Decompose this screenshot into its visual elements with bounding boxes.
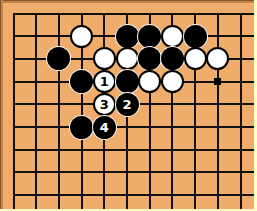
- grid-vline: [217, 13, 219, 210]
- stone-white: [93, 47, 116, 70]
- stone-black-move-2: 2: [116, 93, 139, 116]
- star-point-marker: [214, 78, 221, 85]
- move-number-label: 4: [100, 121, 109, 134]
- grid-vline: [58, 13, 60, 210]
- stone-white: [116, 47, 139, 70]
- move-number-label: 1: [100, 75, 109, 88]
- board-top-edge: [0, 0, 254, 3]
- grid-vline: [240, 13, 242, 210]
- stone-white-move-3: 3: [93, 93, 116, 116]
- stone-black: [70, 116, 93, 139]
- stone-black: [138, 47, 161, 70]
- move-number-label: 2: [122, 98, 131, 111]
- grid-vline: [13, 13, 15, 210]
- stone-white-move-1: 1: [93, 70, 116, 93]
- board-left-edge: [0, 0, 3, 209]
- page: 1324: [0, 0, 257, 211]
- grid-vline: [35, 13, 37, 210]
- stone-black: [116, 70, 139, 93]
- stone-white: [206, 47, 229, 70]
- stone-black-move-4: 4: [93, 116, 116, 139]
- stone-white: [161, 70, 184, 93]
- stone-white: [184, 47, 207, 70]
- stone-black: [184, 25, 207, 48]
- go-board: 1324: [0, 0, 254, 209]
- stone-black: [138, 25, 161, 48]
- stone-white: [70, 25, 93, 48]
- stone-white: [161, 25, 184, 48]
- stone-black: [47, 47, 70, 70]
- stone-black: [161, 47, 184, 70]
- stone-black: [70, 70, 93, 93]
- stone-white: [138, 70, 161, 93]
- stone-black: [116, 25, 139, 48]
- move-number-label: 3: [100, 98, 109, 111]
